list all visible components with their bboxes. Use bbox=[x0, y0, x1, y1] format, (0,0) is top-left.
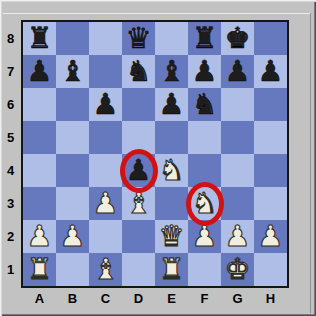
square-g7[interactable]: ♟ bbox=[221, 55, 254, 88]
square-e1[interactable]: ♜ bbox=[155, 253, 188, 286]
square-h3[interactable] bbox=[254, 187, 287, 220]
square-e7[interactable]: ♝ bbox=[155, 55, 188, 88]
piece-black-pawn-c6[interactable]: ♟ bbox=[93, 88, 119, 121]
square-c3[interactable]: ♟ bbox=[89, 187, 122, 220]
square-h8[interactable] bbox=[254, 22, 287, 55]
square-d6[interactable] bbox=[122, 88, 155, 121]
square-h7[interactable]: ♟ bbox=[254, 55, 287, 88]
piece-black-pawn-a7[interactable]: ♟ bbox=[27, 55, 53, 88]
square-c4[interactable] bbox=[89, 154, 122, 187]
square-a4[interactable] bbox=[23, 154, 56, 187]
square-b6[interactable] bbox=[56, 88, 89, 121]
square-g5[interactable] bbox=[221, 121, 254, 154]
square-g1[interactable]: ♚ bbox=[221, 253, 254, 286]
file-label-g: G bbox=[221, 291, 254, 307]
square-a7[interactable]: ♟ bbox=[23, 55, 56, 88]
square-e2[interactable]: ♛ bbox=[155, 220, 188, 253]
piece-black-pawn-h7[interactable]: ♟ bbox=[258, 55, 284, 88]
piece-black-pawn-f7[interactable]: ♟ bbox=[192, 55, 218, 88]
rank-labels: 87654321 bbox=[0, 22, 21, 286]
piece-black-bishop-b7[interactable]: ♝ bbox=[60, 55, 86, 88]
rank-label-4: 4 bbox=[0, 154, 21, 187]
square-c2[interactable] bbox=[89, 220, 122, 253]
chess-board: ♜♛♜♚♟♝♞♝♟♟♟♟♟♞♟♞♟♝♞♟♟♛♟♟♟♜♝♜♚ bbox=[21, 20, 289, 288]
rank-label-2: 2 bbox=[0, 220, 21, 253]
square-b7[interactable]: ♝ bbox=[56, 55, 89, 88]
piece-white-pawn-a2[interactable]: ♟ bbox=[27, 220, 53, 253]
piece-black-rook-a8[interactable]: ♜ bbox=[27, 22, 53, 55]
piece-white-queen-e2[interactable]: ♛ bbox=[159, 220, 185, 253]
file-label-h: H bbox=[254, 291, 287, 307]
rank-label-8: 8 bbox=[0, 22, 21, 55]
square-c5[interactable] bbox=[89, 121, 122, 154]
window-frame: 87654321 ♜♛♜♚♟♝♞♝♟♟♟♟♟♞♟♞♟♝♞♟♟♛♟♟♟♜♝♜♚ A… bbox=[0, 0, 316, 316]
square-b4[interactable] bbox=[56, 154, 89, 187]
panel-shadow-line bbox=[310, 13, 311, 313]
highlight-ring-d4 bbox=[120, 149, 158, 193]
square-f5[interactable] bbox=[188, 121, 221, 154]
square-a2[interactable]: ♟ bbox=[23, 220, 56, 253]
square-e4[interactable]: ♞ bbox=[155, 154, 188, 187]
square-b3[interactable] bbox=[56, 187, 89, 220]
file-label-e: E bbox=[155, 291, 188, 307]
square-b8[interactable] bbox=[56, 22, 89, 55]
piece-black-pawn-g7[interactable]: ♟ bbox=[225, 55, 251, 88]
square-c7[interactable] bbox=[89, 55, 122, 88]
piece-white-pawn-g2[interactable]: ♟ bbox=[225, 220, 251, 253]
piece-white-rook-a1[interactable]: ♜ bbox=[27, 253, 53, 286]
square-d2[interactable] bbox=[122, 220, 155, 253]
square-h1[interactable] bbox=[254, 253, 287, 286]
square-b1[interactable] bbox=[56, 253, 89, 286]
highlight-ring-f3 bbox=[186, 182, 224, 226]
square-e8[interactable] bbox=[155, 22, 188, 55]
square-e6[interactable]: ♟ bbox=[155, 88, 188, 121]
piece-black-rook-f8[interactable]: ♜ bbox=[192, 22, 218, 55]
rank-label-1: 1 bbox=[0, 253, 21, 286]
square-a3[interactable] bbox=[23, 187, 56, 220]
square-g2[interactable]: ♟ bbox=[221, 220, 254, 253]
piece-black-bishop-e7[interactable]: ♝ bbox=[159, 55, 185, 88]
piece-white-pawn-b2[interactable]: ♟ bbox=[60, 220, 86, 253]
square-d8[interactable]: ♛ bbox=[122, 22, 155, 55]
square-a8[interactable]: ♜ bbox=[23, 22, 56, 55]
piece-white-king-g1[interactable]: ♚ bbox=[225, 253, 251, 286]
square-f6[interactable]: ♞ bbox=[188, 88, 221, 121]
square-a5[interactable] bbox=[23, 121, 56, 154]
square-f8[interactable]: ♜ bbox=[188, 22, 221, 55]
piece-black-pawn-e6[interactable]: ♟ bbox=[159, 88, 185, 121]
rank-label-3: 3 bbox=[0, 187, 21, 220]
piece-white-pawn-h2[interactable]: ♟ bbox=[258, 220, 284, 253]
square-b2[interactable]: ♟ bbox=[56, 220, 89, 253]
square-e5[interactable] bbox=[155, 121, 188, 154]
square-h6[interactable] bbox=[254, 88, 287, 121]
square-g8[interactable]: ♚ bbox=[221, 22, 254, 55]
square-d1[interactable] bbox=[122, 253, 155, 286]
square-b5[interactable] bbox=[56, 121, 89, 154]
square-a6[interactable] bbox=[23, 88, 56, 121]
file-labels: ABCDEFGH bbox=[23, 291, 287, 307]
piece-black-knight-f6[interactable]: ♞ bbox=[192, 88, 218, 121]
piece-black-knight-d7[interactable]: ♞ bbox=[126, 55, 152, 88]
file-label-c: C bbox=[89, 291, 122, 307]
file-label-a: A bbox=[23, 291, 56, 307]
file-label-f: F bbox=[188, 291, 221, 307]
rank-label-7: 7 bbox=[0, 55, 21, 88]
square-a1[interactable]: ♜ bbox=[23, 253, 56, 286]
piece-black-king-g8[interactable]: ♚ bbox=[225, 22, 251, 55]
panel-highlight-line bbox=[3, 13, 310, 14]
square-h2[interactable]: ♟ bbox=[254, 220, 287, 253]
square-e3[interactable] bbox=[155, 187, 188, 220]
piece-white-bishop-c1[interactable]: ♝ bbox=[93, 253, 119, 286]
file-label-d: D bbox=[122, 291, 155, 307]
file-label-b: B bbox=[56, 291, 89, 307]
square-g6[interactable] bbox=[221, 88, 254, 121]
piece-white-knight-e4[interactable]: ♞ bbox=[159, 154, 185, 187]
piece-black-queen-d8[interactable]: ♛ bbox=[126, 22, 152, 55]
square-c6[interactable]: ♟ bbox=[89, 88, 122, 121]
square-d7[interactable]: ♞ bbox=[122, 55, 155, 88]
square-f7[interactable]: ♟ bbox=[188, 55, 221, 88]
piece-white-rook-e1[interactable]: ♜ bbox=[159, 253, 185, 286]
square-c1[interactable]: ♝ bbox=[89, 253, 122, 286]
square-g3[interactable] bbox=[221, 187, 254, 220]
piece-white-pawn-c3[interactable]: ♟ bbox=[93, 187, 119, 220]
square-c8[interactable] bbox=[89, 22, 122, 55]
square-g4[interactable] bbox=[221, 154, 254, 187]
rank-label-5: 5 bbox=[0, 121, 21, 154]
square-h4[interactable] bbox=[254, 154, 287, 187]
rank-label-6: 6 bbox=[0, 88, 21, 121]
square-h5[interactable] bbox=[254, 121, 287, 154]
square-f1[interactable] bbox=[188, 253, 221, 286]
